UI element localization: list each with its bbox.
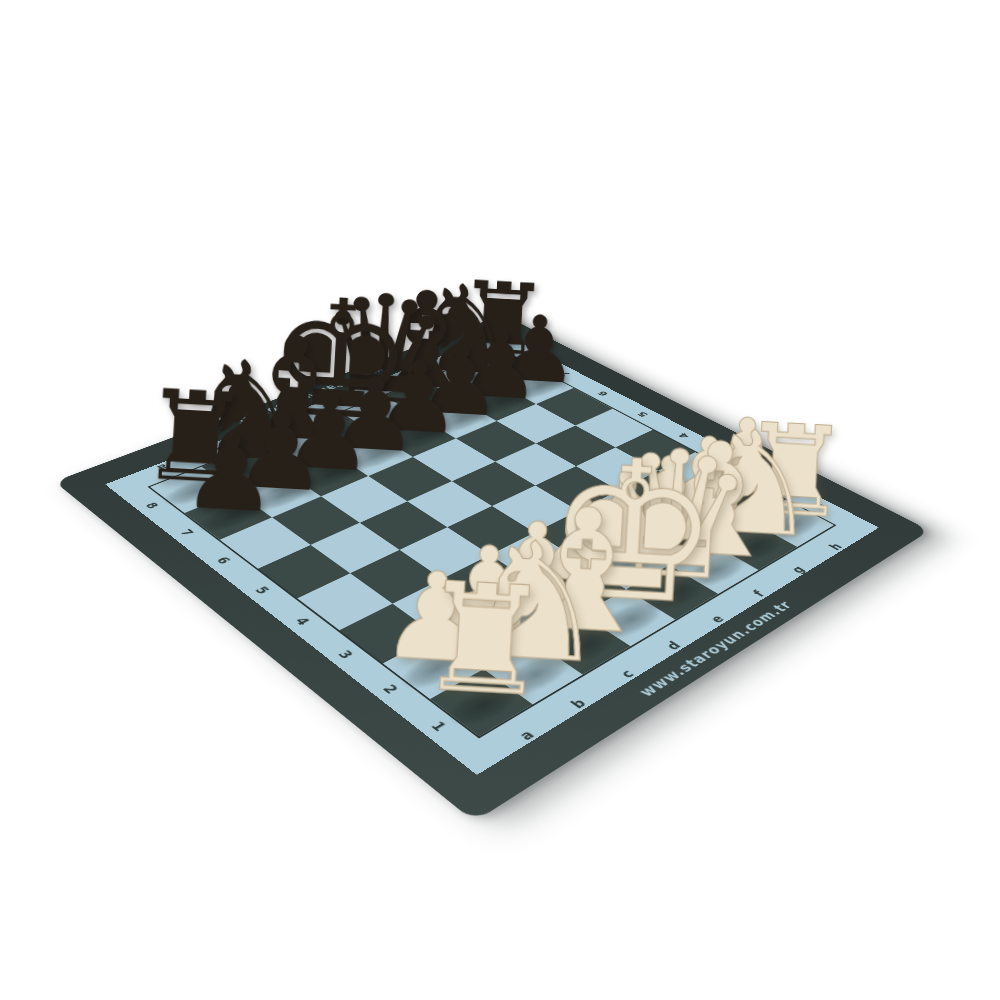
black-pawn-glyph: ♟ [180,416,281,528]
rank-label-right-6: 6 [596,390,611,397]
rank-label-left-5: 5 [253,585,272,596]
rank-label-left-6: 6 [214,555,233,565]
file-label-near-c: c [618,668,637,680]
file-label-near-h: h [827,542,845,552]
rank-label-left-1: 1 [428,719,449,733]
square-a7: ♟ [184,492,272,540]
scene-stage: www.staroyun.com.tr www.staroyun.com.tr … [165,179,819,833]
rank-label-left-3: 3 [335,648,355,660]
rank-label-left-2: 2 [381,683,401,696]
rank-label-left-4: 4 [293,616,312,627]
file-label-near-a: a [516,728,536,742]
file-label-near-b: b [568,697,588,711]
file-label-near-f: f [751,589,767,598]
file-label-near-g: g [789,564,807,574]
chess-board: ♜♞♝♚♛♝♞♜♟♟♟♟♟♟♟♟♟♟♟♟♟♟♟♟♜♞♝♚♛♝♞♜ [147,349,836,739]
board-mat: www.staroyun.com.tr www.staroyun.com.tr … [54,315,929,822]
file-label-near-d: d [664,640,683,652]
rank-label-left-8: 8 [143,501,161,510]
white-rook-glyph: ♜ [414,561,556,717]
coordinate-band: ♜♞♝♚♛♝♞♜♟♟♟♟♟♟♟♟♟♟♟♟♟♟♟♟♜♞♝♚♛♝♞♜ aa11bb2… [105,333,879,775]
rank-label-left-7: 7 [178,528,196,538]
